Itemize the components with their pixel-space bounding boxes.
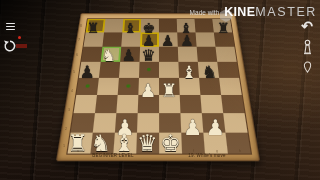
watermark-brand-bold: KINE xyxy=(224,5,255,19)
legal-move-dot[interactable] xyxy=(147,68,151,72)
square-h4[interactable] xyxy=(219,78,242,95)
hint-drop-icon xyxy=(304,62,310,72)
square-e3[interactable] xyxy=(159,95,180,113)
square-h3[interactable] xyxy=(221,95,244,113)
rank-label-4: 4 xyxy=(71,89,73,92)
square-c6[interactable] xyxy=(120,47,140,62)
square-d8[interactable] xyxy=(141,19,159,32)
square-h2[interactable] xyxy=(223,113,247,133)
square-g5[interactable] xyxy=(198,62,219,78)
square-e5[interactable] xyxy=(159,62,179,78)
watermark-prefix: Made with xyxy=(190,9,220,16)
undo-button[interactable]: ↶ xyxy=(299,18,315,34)
square-d4[interactable] xyxy=(138,78,159,95)
rotate-board-button[interactable] xyxy=(3,39,17,53)
square-f5[interactable] xyxy=(178,62,199,78)
piece-style-button[interactable] xyxy=(301,39,314,56)
move-indicator: 19. White's move xyxy=(180,152,234,157)
record-indicator xyxy=(18,36,21,39)
hint-button[interactable] xyxy=(302,59,313,74)
square-b5[interactable] xyxy=(99,62,120,78)
watermark: Made withKINEMASTER xyxy=(190,5,317,19)
menu-button[interactable] xyxy=(4,20,17,33)
square-a3[interactable] xyxy=(74,95,97,113)
square-b2[interactable] xyxy=(93,113,117,133)
square-a7[interactable] xyxy=(84,33,104,47)
square-b3[interactable] xyxy=(95,95,118,113)
square-c4[interactable] xyxy=(118,78,139,95)
square-b4[interactable] xyxy=(97,78,119,95)
rotate-board-icon xyxy=(4,40,15,50)
square-g7[interactable] xyxy=(196,33,216,47)
square-g8[interactable] xyxy=(194,19,213,32)
square-d2[interactable] xyxy=(137,113,159,133)
square-g2[interactable] xyxy=(202,113,226,133)
square-g4[interactable] xyxy=(199,78,221,95)
legal-move-dot[interactable] xyxy=(126,85,131,89)
square-f2[interactable] xyxy=(180,113,203,133)
square-b7[interactable] xyxy=(102,33,122,47)
square-h1[interactable] xyxy=(225,133,250,154)
watermark-brand-light: MASTER xyxy=(255,5,317,19)
rank-label-7: 7 xyxy=(78,38,80,41)
square-a8[interactable] xyxy=(86,19,106,32)
square-e8[interactable] xyxy=(159,19,177,32)
rank-label-3: 3 xyxy=(68,108,70,111)
square-a4[interactable] xyxy=(76,78,99,95)
square-g3[interactable] xyxy=(200,95,223,113)
square-d7[interactable] xyxy=(140,33,159,47)
square-a5[interactable] xyxy=(79,62,101,78)
menu-icon xyxy=(6,23,15,25)
file-label-a: a xyxy=(77,149,79,152)
legal-move-dot[interactable] xyxy=(85,85,90,89)
square-d5[interactable] xyxy=(139,62,159,78)
square-d3[interactable] xyxy=(138,95,159,113)
pawn-outline-icon xyxy=(304,40,311,53)
record-indicator-text xyxy=(16,44,27,48)
rank-label-6: 6 xyxy=(76,53,78,56)
chess-app-screen: ♜♝♚♝♜♟♟♟♞♟♛♟♝♞♟♜♟♟♟♜♞♝♛♚ abcdefgh1234567… xyxy=(0,0,320,180)
square-c8[interactable] xyxy=(122,19,141,32)
square-c2[interactable] xyxy=(115,113,138,133)
undo-icon: ↶ xyxy=(301,18,313,34)
square-f3[interactable] xyxy=(180,95,202,113)
square-c1[interactable] xyxy=(113,133,137,154)
chess-board xyxy=(66,19,252,155)
square-f4[interactable] xyxy=(179,78,200,95)
square-a2[interactable] xyxy=(71,113,95,133)
square-e4[interactable] xyxy=(159,78,180,95)
file-label-h: h xyxy=(239,149,241,152)
square-h6[interactable] xyxy=(215,47,236,62)
square-b8[interactable] xyxy=(104,19,123,32)
file-label-e: e xyxy=(170,149,172,152)
square-h5[interactable] xyxy=(217,62,239,78)
square-b6[interactable] xyxy=(101,47,122,62)
rank-label-1: 1 xyxy=(63,144,65,147)
square-a1[interactable] xyxy=(67,133,92,154)
square-e7[interactable] xyxy=(159,33,178,47)
square-h8[interactable] xyxy=(212,19,232,32)
square-c7[interactable] xyxy=(121,33,140,47)
level-label: BEGINNER LEVEL xyxy=(86,152,140,157)
square-f6[interactable] xyxy=(178,47,198,62)
square-h7[interactable] xyxy=(214,33,234,47)
square-b1[interactable] xyxy=(90,133,114,154)
square-f8[interactable] xyxy=(177,19,196,32)
square-e2[interactable] xyxy=(159,113,181,133)
square-e6[interactable] xyxy=(159,47,178,62)
square-f7[interactable] xyxy=(177,33,196,47)
rank-label-2: 2 xyxy=(65,127,67,130)
chess-board-frame xyxy=(56,14,260,162)
square-c3[interactable] xyxy=(116,95,138,113)
square-c5[interactable] xyxy=(119,62,140,78)
square-a6[interactable] xyxy=(81,47,102,62)
square-g6[interactable] xyxy=(197,47,218,62)
square-d6[interactable] xyxy=(140,47,159,62)
